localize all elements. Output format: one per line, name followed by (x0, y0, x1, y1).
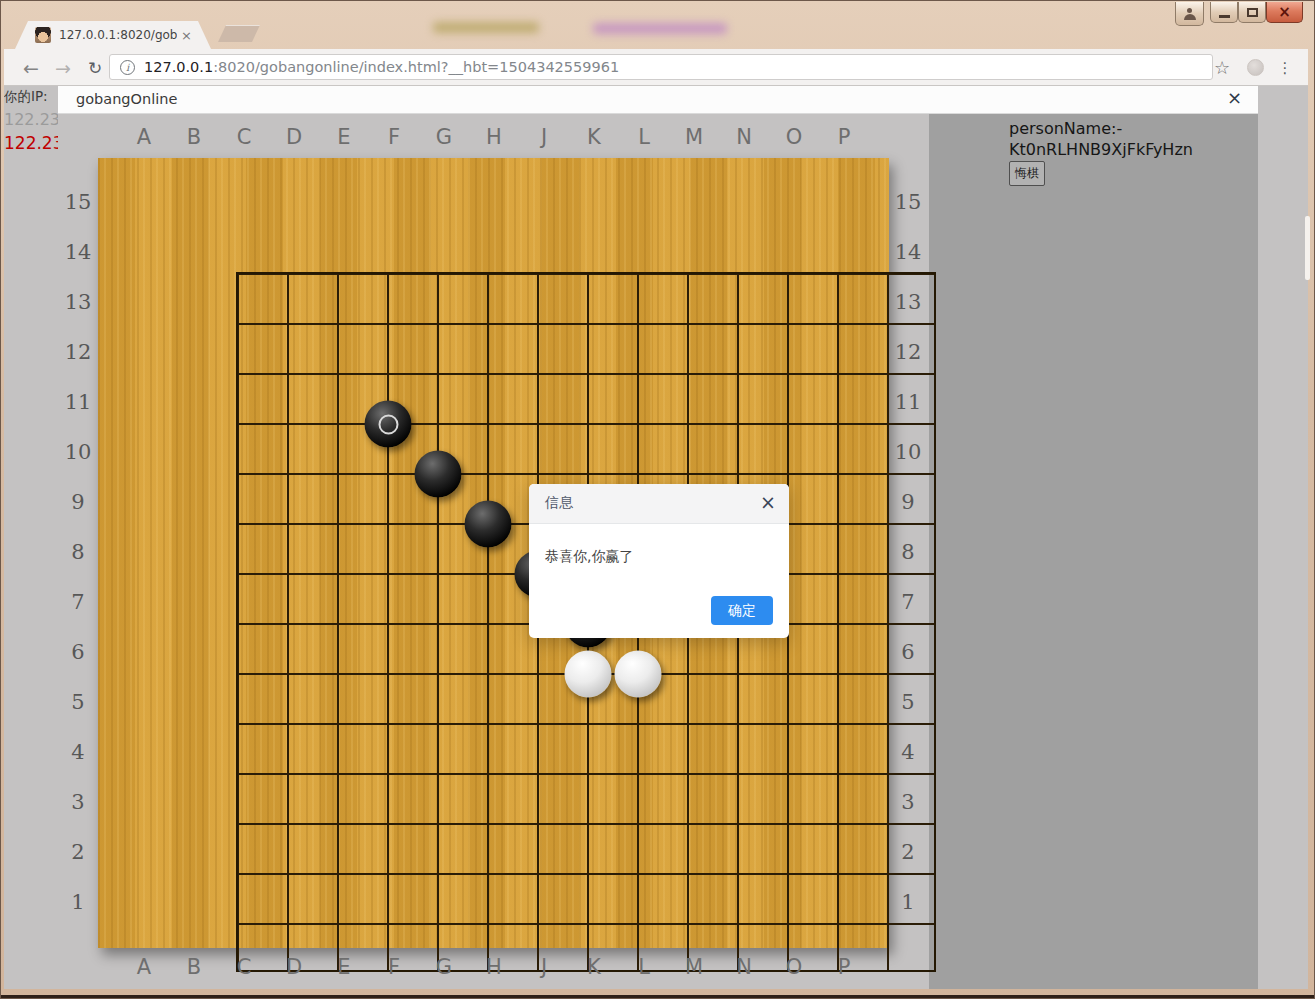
tab-close-icon[interactable]: × (181, 29, 192, 42)
window-controls: × (1175, 2, 1303, 26)
page-viewport: 你的IP: 122.23 122.23 gobangOnline × perso… (4, 86, 1308, 989)
titlebar-glass-smudge (433, 22, 539, 33)
white-stone-H7 (565, 651, 612, 698)
url-path: :8020/gobangonline/index.html?__hbt=1504… (213, 59, 619, 75)
person-name-line2: Kt0nRLHNB9XjFkFyHzn (1009, 139, 1193, 160)
dialog-title: 信息 (545, 494, 573, 512)
panel-close-icon[interactable]: × (1227, 87, 1242, 108)
person-name-line1: personName:- (1009, 118, 1193, 139)
minimize-icon (1219, 15, 1230, 18)
reload-icon[interactable]: ↻ (80, 49, 110, 86)
undo-move-button[interactable]: 悔棋 (1009, 161, 1045, 186)
person-name: personName:- Kt0nRLHNB9XjFkFyHzn (1009, 118, 1193, 160)
person-icon (1184, 8, 1196, 20)
message-dialog: 信息 × 恭喜你,你赢了 确定 (529, 484, 789, 638)
titlebar-glass-smudge (593, 23, 727, 34)
back-icon[interactable]: ← (16, 49, 46, 86)
dialog-close-icon[interactable]: × (760, 491, 776, 513)
minimize-button[interactable] (1210, 2, 1238, 23)
dialog-ok-button[interactable]: 确定 (711, 596, 773, 625)
tab-favicon (35, 27, 51, 43)
game-title: gobangOnline (76, 91, 177, 107)
browser-tab[interactable]: 127.0.0.1:8020/gobang × (15, 21, 211, 49)
black-stone-E11 (415, 451, 462, 498)
browser-toolbar: ← → ↻ i 127.0.0.1:8020/gobangonline/inde… (4, 49, 1308, 86)
scrollbar-thumb[interactable] (1305, 216, 1310, 280)
dialog-message: 恭喜你,你赢了 (545, 548, 633, 566)
black-stone-F10 (465, 501, 512, 548)
forward-icon[interactable]: → (48, 49, 78, 86)
new-tab-button[interactable] (218, 25, 260, 42)
bookmark-star-icon[interactable]: ☆ (1209, 49, 1235, 86)
maximize-button[interactable] (1238, 2, 1266, 23)
tab-title: 127.0.0.1:8020/gobang (59, 28, 177, 42)
maximize-icon (1247, 8, 1258, 17)
ip-label: 你的IP: (4, 88, 58, 106)
white-stone-J7 (615, 651, 662, 698)
url-host: 127.0.0.1 (144, 59, 213, 75)
dialog-header: 信息 × (529, 484, 789, 524)
url-text: 127.0.0.1:8020/gobangonline/index.html?_… (144, 59, 619, 75)
ip-info: 你的IP: 122.23 122.23 (4, 88, 58, 153)
window-close-button[interactable]: × (1266, 2, 1303, 23)
window-close-icon: × (1278, 5, 1291, 20)
side-panel: personName:- Kt0nRLHNB9XjFkFyHzn 悔棋 (929, 114, 1258, 989)
last-move-marker (378, 414, 398, 434)
page-info-icon[interactable]: i (120, 60, 135, 75)
game-panel-header: gobangOnline × (58, 86, 1258, 114)
extension-icon[interactable] (1247, 59, 1264, 76)
ip-value-opponent: 122.23 (4, 133, 58, 153)
browser-window: × 127.0.0.1:8020/gobang × ← → ↻ i 127.0.… (0, 0, 1315, 999)
menu-dots-icon[interactable]: ⋮ (1274, 49, 1296, 86)
url-bar[interactable]: i 127.0.0.1:8020/gobangonline/index.html… (109, 54, 1213, 80)
ip-value-own: 122.23 (4, 110, 58, 129)
black-stone-D12 (365, 401, 412, 448)
profile-button[interactable] (1175, 2, 1204, 26)
